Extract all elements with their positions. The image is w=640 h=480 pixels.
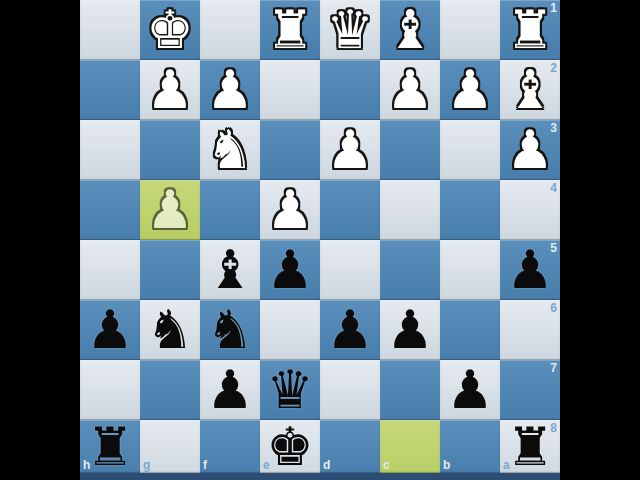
square-g3[interactable] — [140, 120, 200, 180]
rank-label-3: 3 — [550, 121, 557, 135]
square-h6[interactable]: ♟ — [80, 300, 140, 360]
board-container: ♚♜♛♝♜1♟♟♟♟♝2♞♟♟3♟♟4♝♟♟5♟♞♞♟♟6♟♛♟7♜hgf♚ed… — [80, 0, 560, 480]
chess-board: ♚♜♛♝♜1♟♟♟♟♝2♞♟♟3♟♟4♝♟♟5♟♞♞♟♟6♟♛♟7♜hgf♚ed… — [80, 0, 560, 480]
square-g4[interactable]: ♟ — [140, 180, 200, 240]
square-c7[interactable] — [380, 360, 440, 420]
square-b3[interactable] — [440, 120, 500, 180]
square-g7[interactable] — [140, 360, 200, 420]
white-bishop[interactable]: ♝ — [386, 1, 434, 59]
letterbox-right — [560, 0, 640, 480]
square-a5[interactable]: ♟5 — [500, 240, 560, 300]
square-e5[interactable]: ♟ — [260, 240, 320, 300]
file-label-g: g — [143, 458, 150, 472]
white-bishop[interactable]: ♝ — [506, 61, 554, 119]
square-c1[interactable]: ♝ — [380, 0, 440, 60]
black-pawn[interactable]: ♟ — [86, 301, 134, 359]
white-rook[interactable]: ♜ — [506, 1, 554, 59]
square-g1[interactable]: ♚ — [140, 0, 200, 60]
square-b2[interactable]: ♟ — [440, 60, 500, 120]
square-d1[interactable]: ♛ — [320, 0, 380, 60]
black-pawn[interactable]: ♟ — [506, 241, 554, 299]
square-h4[interactable] — [80, 180, 140, 240]
square-b4[interactable] — [440, 180, 500, 240]
black-pawn[interactable]: ♟ — [266, 241, 314, 299]
file-label-b: b — [443, 458, 450, 472]
square-a4[interactable]: 4 — [500, 180, 560, 240]
square-f5[interactable]: ♝ — [200, 240, 260, 300]
black-rook[interactable]: ♜ — [86, 418, 134, 476]
file-label-f: f — [203, 458, 207, 472]
video-frame: ♚♜♛♝♜1♟♟♟♟♝2♞♟♟3♟♟4♝♟♟5♟♞♞♟♟6♟♛♟7♜hgf♚ed… — [0, 0, 640, 480]
square-d8[interactable]: d — [320, 420, 380, 480]
black-pawn[interactable]: ♟ — [206, 361, 254, 419]
square-e4[interactable]: ♟ — [260, 180, 320, 240]
black-pawn[interactable]: ♟ — [386, 301, 434, 359]
square-c5[interactable] — [380, 240, 440, 300]
square-c6[interactable]: ♟ — [380, 300, 440, 360]
square-a2[interactable]: ♝2 — [500, 60, 560, 120]
square-f2[interactable]: ♟ — [200, 60, 260, 120]
file-label-h: h — [83, 458, 90, 472]
white-queen[interactable]: ♛ — [326, 1, 374, 59]
square-b7[interactable]: ♟ — [440, 360, 500, 420]
rank-label-4: 4 — [550, 181, 557, 195]
square-a8[interactable]: ♜a8 — [500, 420, 560, 480]
square-f8[interactable]: f — [200, 420, 260, 480]
white-knight[interactable]: ♞ — [206, 121, 254, 179]
black-knight[interactable]: ♞ — [206, 301, 254, 359]
square-h1[interactable] — [80, 0, 140, 60]
file-label-c: c — [383, 458, 390, 472]
square-h2[interactable] — [80, 60, 140, 120]
square-e1[interactable]: ♜ — [260, 0, 320, 60]
file-label-d: d — [323, 458, 330, 472]
square-f4[interactable] — [200, 180, 260, 240]
board-bottom-edge — [80, 473, 560, 480]
square-e8[interactable]: ♚e — [260, 420, 320, 480]
white-rook[interactable]: ♜ — [266, 1, 314, 59]
square-e3[interactable] — [260, 120, 320, 180]
square-f7[interactable]: ♟ — [200, 360, 260, 420]
white-pawn[interactable]: ♟ — [266, 181, 314, 239]
white-king[interactable]: ♚ — [146, 1, 194, 59]
white-pawn[interactable]: ♟ — [506, 121, 554, 179]
white-pawn[interactable]: ♟ — [206, 61, 254, 119]
square-c4[interactable] — [380, 180, 440, 240]
square-a7[interactable]: 7 — [500, 360, 560, 420]
rank-label-5: 5 — [550, 241, 557, 255]
square-a1[interactable]: ♜1 — [500, 0, 560, 60]
square-d2[interactable] — [320, 60, 380, 120]
rank-label-8: 8 — [550, 421, 557, 435]
square-g2[interactable]: ♟ — [140, 60, 200, 120]
square-e6[interactable] — [260, 300, 320, 360]
black-king[interactable]: ♚ — [266, 418, 314, 476]
square-g8[interactable]: g — [140, 420, 200, 480]
file-label-e: e — [263, 458, 270, 472]
square-f1[interactable] — [200, 0, 260, 60]
rank-label-1: 1 — [550, 1, 557, 15]
white-pawn[interactable]: ♟ — [386, 61, 434, 119]
square-d4[interactable] — [320, 180, 380, 240]
square-d5[interactable] — [320, 240, 380, 300]
square-f6[interactable]: ♞ — [200, 300, 260, 360]
black-knight[interactable]: ♞ — [146, 301, 194, 359]
black-rook[interactable]: ♜ — [506, 418, 554, 476]
square-b8[interactable]: b — [440, 420, 500, 480]
rank-label-2: 2 — [550, 61, 557, 75]
black-queen[interactable]: ♛ — [266, 361, 314, 419]
square-b6[interactable] — [440, 300, 500, 360]
square-b5[interactable] — [440, 240, 500, 300]
square-d7[interactable] — [320, 360, 380, 420]
letterbox-left — [0, 0, 80, 480]
square-h7[interactable] — [80, 360, 140, 420]
square-d6[interactable]: ♟ — [320, 300, 380, 360]
square-g5[interactable] — [140, 240, 200, 300]
file-label-a: a — [503, 458, 510, 472]
rank-label-6: 6 — [550, 301, 557, 315]
square-a6[interactable]: 6 — [500, 300, 560, 360]
square-c3[interactable] — [380, 120, 440, 180]
square-h5[interactable] — [80, 240, 140, 300]
square-e7[interactable]: ♛ — [260, 360, 320, 420]
square-h8[interactable]: ♜h — [80, 420, 140, 480]
white-pawn-ghost[interactable]: ♟ — [146, 181, 194, 239]
square-c2[interactable]: ♟ — [380, 60, 440, 120]
square-a3[interactable]: ♟3 — [500, 120, 560, 180]
square-f3[interactable]: ♞ — [200, 120, 260, 180]
square-h3[interactable] — [80, 120, 140, 180]
square-g6[interactable]: ♞ — [140, 300, 200, 360]
rank-label-7: 7 — [550, 361, 557, 375]
square-e2[interactable] — [260, 60, 320, 120]
square-c8[interactable]: c — [380, 420, 440, 480]
white-pawn[interactable]: ♟ — [446, 61, 494, 119]
square-d3[interactable]: ♟ — [320, 120, 380, 180]
black-pawn[interactable]: ♟ — [446, 361, 494, 419]
white-pawn[interactable]: ♟ — [146, 61, 194, 119]
black-bishop[interactable]: ♝ — [206, 241, 254, 299]
black-pawn[interactable]: ♟ — [326, 301, 374, 359]
square-b1[interactable] — [440, 0, 500, 60]
white-pawn[interactable]: ♟ — [326, 121, 374, 179]
